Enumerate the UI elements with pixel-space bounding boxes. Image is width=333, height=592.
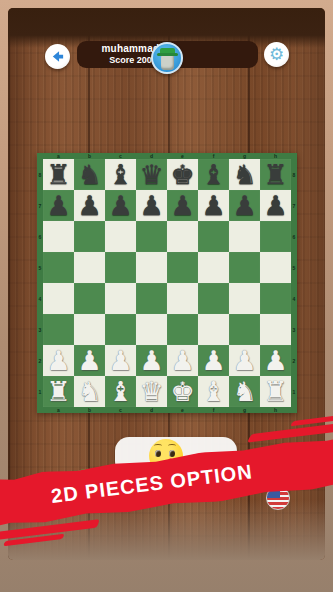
square-e6[interactable]	[167, 221, 198, 252]
square-h8[interactable]: ♜	[260, 159, 291, 190]
square-g5[interactable]	[229, 252, 260, 283]
square-f1[interactable]: ♝	[198, 376, 229, 407]
chess-board: abcdefgh abcdefgh 87654321 87654321 ♜♞♝♛…	[37, 153, 297, 413]
rank-labels-left: 87654321	[37, 159, 43, 407]
piece-bp: ♟	[198, 190, 229, 221]
file-labels-bottom: abcdefgh	[43, 407, 291, 413]
square-f3[interactable]	[198, 314, 229, 345]
piece-wp: ♟	[229, 345, 260, 376]
square-a2[interactable]: ♟	[43, 345, 74, 376]
square-b3[interactable]	[74, 314, 105, 345]
square-a4[interactable]	[43, 283, 74, 314]
piece-bq: ♛	[136, 159, 167, 190]
square-f8[interactable]: ♝	[198, 159, 229, 190]
square-d5[interactable]	[136, 252, 167, 283]
piece-wb: ♝	[198, 376, 229, 407]
square-f4[interactable]	[198, 283, 229, 314]
gear-icon: ⚙	[269, 46, 284, 63]
piece-br: ♜	[43, 159, 74, 190]
piece-bk: ♚	[167, 159, 198, 190]
square-a1[interactable]: ♜	[43, 376, 74, 407]
square-g8[interactable]: ♞	[229, 159, 260, 190]
piece-wp: ♟	[260, 345, 291, 376]
square-g2[interactable]: ♟	[229, 345, 260, 376]
square-d4[interactable]	[136, 283, 167, 314]
piece-bp: ♟	[260, 190, 291, 221]
square-d3[interactable]	[136, 314, 167, 345]
square-h7[interactable]: ♟	[260, 190, 291, 221]
square-a7[interactable]: ♟	[43, 190, 74, 221]
square-h4[interactable]	[260, 283, 291, 314]
square-c3[interactable]	[105, 314, 136, 345]
square-c7[interactable]: ♟	[105, 190, 136, 221]
square-d7[interactable]: ♟	[136, 190, 167, 221]
settings-button[interactable]: ⚙	[264, 42, 289, 67]
square-a8[interactable]: ♜	[43, 159, 74, 190]
square-g1[interactable]: ♞	[229, 376, 260, 407]
avatar-face	[161, 54, 174, 70]
square-c8[interactable]: ♝	[105, 159, 136, 190]
square-b1[interactable]: ♞	[74, 376, 105, 407]
square-c6[interactable]	[105, 221, 136, 252]
square-h2[interactable]: ♟	[260, 345, 291, 376]
square-e5[interactable]	[167, 252, 198, 283]
square-f5[interactable]	[198, 252, 229, 283]
square-b8[interactable]: ♞	[74, 159, 105, 190]
square-b6[interactable]	[74, 221, 105, 252]
piece-bp: ♟	[229, 190, 260, 221]
square-c1[interactable]: ♝	[105, 376, 136, 407]
piece-bb: ♝	[105, 159, 136, 190]
back-arrow-icon	[50, 49, 65, 64]
square-g7[interactable]: ♟	[229, 190, 260, 221]
square-f7[interactable]: ♟	[198, 190, 229, 221]
square-b7[interactable]: ♟	[74, 190, 105, 221]
piece-bp: ♟	[105, 190, 136, 221]
square-h3[interactable]	[260, 314, 291, 345]
square-b4[interactable]	[74, 283, 105, 314]
piece-wp: ♟	[198, 345, 229, 376]
piece-bn: ♞	[229, 159, 260, 190]
square-d6[interactable]	[136, 221, 167, 252]
file-labels-top: abcdefgh	[43, 153, 291, 159]
piece-bp: ♟	[136, 190, 167, 221]
square-d8[interactable]: ♛	[136, 159, 167, 190]
square-h6[interactable]	[260, 221, 291, 252]
piece-wb: ♝	[105, 376, 136, 407]
square-c4[interactable]	[105, 283, 136, 314]
square-a6[interactable]	[43, 221, 74, 252]
kiss-brow-left	[154, 444, 162, 448]
piece-wn: ♞	[229, 376, 260, 407]
square-f6[interactable]	[198, 221, 229, 252]
square-f2[interactable]: ♟	[198, 345, 229, 376]
square-a5[interactable]	[43, 252, 74, 283]
square-h5[interactable]	[260, 252, 291, 283]
piece-bp: ♟	[43, 190, 74, 221]
square-e1[interactable]: ♚	[167, 376, 198, 407]
square-b5[interactable]	[74, 252, 105, 283]
square-g3[interactable]	[229, 314, 260, 345]
avatar-hat-brim	[157, 53, 178, 56]
piece-br: ♜	[260, 159, 291, 190]
square-e3[interactable]	[167, 314, 198, 345]
piece-wk: ♚	[167, 376, 198, 407]
square-e7[interactable]: ♟	[167, 190, 198, 221]
piece-bn: ♞	[74, 159, 105, 190]
piece-wr: ♜	[260, 376, 291, 407]
piece-bb: ♝	[198, 159, 229, 190]
player-avatar	[151, 42, 183, 74]
back-button[interactable]	[45, 44, 70, 69]
piece-wp: ♟	[74, 345, 105, 376]
piece-wp: ♟	[43, 345, 74, 376]
square-c5[interactable]	[105, 252, 136, 283]
piece-wp: ♟	[136, 345, 167, 376]
kiss-brow-right	[168, 444, 176, 448]
piece-wp: ♟	[167, 345, 198, 376]
square-b2[interactable]: ♟	[74, 345, 105, 376]
square-d2[interactable]: ♟	[136, 345, 167, 376]
square-e8[interactable]: ♚	[167, 159, 198, 190]
square-g6[interactable]	[229, 221, 260, 252]
board-grid: ♜♞♝♛♚♝♞♜♟♟♟♟♟♟♟♟♟♟♟♟♟♟♟♟♜♞♝♛♚♝♞♜	[43, 159, 291, 407]
piece-wr: ♜	[43, 376, 74, 407]
square-e4[interactable]	[167, 283, 198, 314]
piece-bp: ♟	[167, 190, 198, 221]
square-h1[interactable]: ♜	[260, 376, 291, 407]
rank-labels-right: 87654321	[291, 159, 297, 407]
square-a3[interactable]	[43, 314, 74, 345]
square-c2[interactable]: ♟	[105, 345, 136, 376]
square-g4[interactable]	[229, 283, 260, 314]
square-e2[interactable]: ♟	[167, 345, 198, 376]
piece-wq: ♛	[136, 376, 167, 407]
piece-bp: ♟	[74, 190, 105, 221]
square-d1[interactable]: ♛	[136, 376, 167, 407]
piece-wp: ♟	[105, 345, 136, 376]
piece-wn: ♞	[74, 376, 105, 407]
